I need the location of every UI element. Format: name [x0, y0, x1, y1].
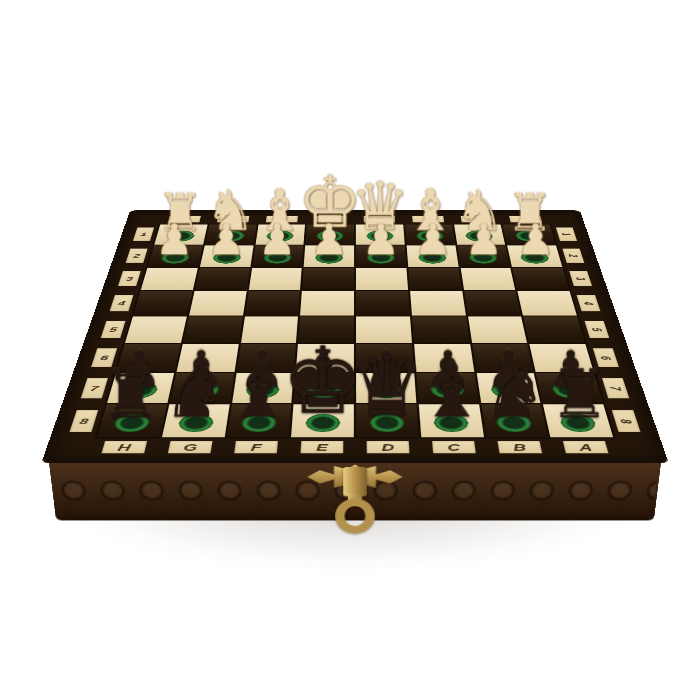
file-label: H — [102, 441, 148, 453]
file-label-text: C — [447, 442, 461, 453]
piece-white-pawn: ♟ — [155, 218, 193, 261]
square-c3 — [408, 268, 462, 291]
square-d8: ♛ — [356, 404, 419, 437]
square-f4 — [245, 291, 301, 315]
piece-black-rook: ♜ — [100, 361, 160, 428]
piece-black-knight: ♞ — [483, 356, 547, 427]
piece-black-queen: ♛ — [349, 343, 425, 428]
clasp-hasp — [343, 467, 367, 496]
piece-black-bishop: ♝ — [418, 354, 484, 428]
file-label: F — [234, 441, 278, 453]
square-d4 — [356, 291, 410, 315]
square-b8: ♞ — [481, 404, 548, 437]
rank-label: 1 — [556, 227, 577, 240]
rank-label: 8 — [69, 410, 98, 432]
square-d2: ♟ — [356, 245, 406, 266]
square-a8: ♜ — [543, 404, 613, 437]
rank-label: 4 — [577, 295, 601, 311]
square-e4 — [300, 291, 354, 315]
rank-label: 8 — [612, 410, 641, 432]
square-a3 — [512, 268, 569, 291]
file-label-text: D — [381, 442, 394, 453]
rank-label: 5 — [101, 321, 126, 339]
rank-label: 1 — [133, 227, 154, 240]
file-label: B — [497, 441, 542, 453]
chess-board: HGFEDCBA HGFEDCBA 12345678 12345678 ♜♞♝♚… — [44, 211, 666, 462]
square-h8: ♜ — [97, 404, 167, 437]
rank-label-text: 2 — [132, 253, 141, 259]
file-label-text: F — [250, 442, 262, 453]
chess-set-photo: HGFEDCBA HGFEDCBA 12345678 12345678 ♜♞♝♚… — [0, 0, 700, 700]
rank-label-text: 5 — [589, 328, 605, 332]
file-labels-near: HGFEDCBA — [89, 438, 621, 456]
square-c2: ♟ — [406, 245, 458, 266]
rank-label-text: 4 — [580, 301, 596, 304]
rank-label: 2 — [562, 249, 584, 263]
square-g8: ♞ — [162, 404, 229, 437]
square-b2: ♟ — [457, 245, 510, 266]
rank-label: 2 — [126, 249, 148, 263]
square-b3 — [460, 268, 515, 291]
piece-white-pawn: ♟ — [517, 218, 555, 261]
square-g3 — [194, 268, 249, 291]
piece-white-pawn: ♟ — [362, 218, 400, 261]
file-label-text: B — [512, 442, 527, 453]
piece-white-pawn: ♟ — [465, 218, 503, 261]
rank-label-text: 4 — [117, 300, 126, 307]
file-label: G — [168, 441, 213, 453]
file-label-text: E — [316, 442, 328, 453]
square-a4 — [518, 291, 577, 315]
piece-white-pawn: ♟ — [207, 218, 245, 261]
file-label-text: G — [182, 442, 198, 453]
rank-label: 5 — [584, 321, 609, 339]
square-f3 — [248, 268, 302, 291]
square-e8: ♚ — [291, 404, 354, 437]
piece-black-knight: ♞ — [163, 356, 227, 427]
piece-white-pawn: ♟ — [258, 218, 296, 261]
square-h4 — [133, 291, 192, 315]
square-g2: ♟ — [200, 245, 253, 266]
file-label: C — [432, 441, 476, 453]
piece-white-pawn: ♟ — [413, 218, 451, 261]
square-c4 — [410, 291, 466, 315]
rank-label-text: 8 — [617, 419, 636, 423]
file-label: A — [563, 441, 609, 453]
board-grid: ♜♞♝♚♛♝♞♜♟♟♟♟♟♟♟♟♟♟♟♟♟♟♟♟♜♞♝♚♛♝♞♜ — [94, 224, 616, 439]
rank-label: 4 — [110, 295, 134, 311]
file-label: D — [367, 441, 410, 453]
square-f2: ♟ — [252, 245, 304, 266]
rank-label-text: 8 — [78, 416, 89, 425]
square-e3 — [302, 268, 354, 291]
piece-white-pawn: ♟ — [310, 218, 348, 261]
square-c8: ♝ — [418, 404, 483, 437]
square-a2: ♟ — [507, 245, 562, 266]
rank-label-text: 3 — [573, 277, 588, 280]
square-b4 — [464, 291, 521, 315]
square-g4 — [189, 291, 246, 315]
square-h3 — [141, 268, 198, 291]
box-front-face — [49, 462, 661, 520]
rank-label-text: 2 — [566, 254, 581, 257]
file-label: E — [301, 441, 344, 453]
square-h2: ♟ — [148, 245, 203, 266]
file-label-text: H — [117, 442, 133, 453]
file-label-text: A — [578, 442, 594, 453]
rank-label-text: 1 — [139, 231, 147, 237]
clasp-ring-icon — [335, 498, 375, 533]
rank-label-text: 5 — [108, 326, 118, 333]
square-e2: ♟ — [304, 245, 354, 266]
piece-black-rook: ♜ — [550, 361, 610, 428]
brass-clasp-icon — [289, 464, 420, 569]
rank-label-text: 7 — [89, 384, 100, 392]
rank-label-text: 1 — [559, 233, 573, 236]
rank-label-text: 3 — [125, 275, 134, 281]
rank-label: 3 — [118, 271, 141, 286]
square-d3 — [356, 268, 408, 291]
rank-label: 3 — [569, 271, 592, 286]
